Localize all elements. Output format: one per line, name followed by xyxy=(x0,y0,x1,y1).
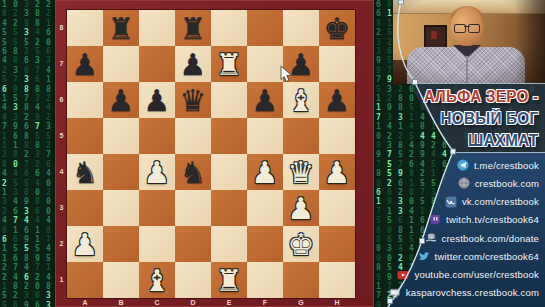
square-f8[interactable] xyxy=(247,10,283,46)
white-bishop[interactable]: ♝ xyxy=(139,262,175,298)
square-h5[interactable] xyxy=(319,118,355,154)
square-a2[interactable]: ♟ xyxy=(67,226,103,262)
square-d6[interactable]: ♛ xyxy=(175,82,211,118)
square-a8[interactable] xyxy=(67,10,103,46)
rank-label-7: 7 xyxy=(57,46,66,82)
square-h2[interactable] xyxy=(319,226,355,262)
square-h7[interactable] xyxy=(319,46,355,82)
square-f6[interactable]: ♟ xyxy=(247,82,283,118)
vk-icon xyxy=(445,196,457,208)
square-b8[interactable]: ♜ xyxy=(103,10,139,46)
square-a7[interactable]: ♟ xyxy=(67,46,103,82)
square-a5[interactable] xyxy=(67,118,103,154)
square-g7[interactable]: ♟ xyxy=(283,46,319,82)
link-kasparovchess[interactable]: kasparovchess.crestbook.com xyxy=(388,284,545,302)
rank-label-4: 4 xyxy=(57,154,66,190)
square-f5[interactable] xyxy=(247,118,283,154)
square-g1[interactable] xyxy=(283,262,319,298)
square-e6[interactable] xyxy=(211,82,247,118)
black-pawn[interactable]: ♟ xyxy=(67,46,103,82)
telegram-icon xyxy=(457,159,469,171)
square-g6[interactable]: ♝ xyxy=(283,82,319,118)
square-a6[interactable] xyxy=(67,82,103,118)
square-c3[interactable] xyxy=(139,190,175,226)
black-pawn[interactable]: ♟ xyxy=(283,46,319,82)
file-label-f: F xyxy=(247,298,283,307)
file-label-h: H xyxy=(319,298,355,307)
square-d8[interactable]: ♜ xyxy=(175,10,211,46)
chess-board[interactable]: ♜♜♚♟♟♜♟♟♟♛♟♝♟♞♟♞♟♛♟♟♟♚♝♜ xyxy=(67,10,355,298)
square-b1[interactable] xyxy=(103,262,139,298)
title-line-2: НОВЫЙ БОГ xyxy=(420,108,545,129)
square-d2[interactable] xyxy=(175,226,211,262)
square-g5[interactable] xyxy=(283,118,319,154)
square-h6[interactable]: ♟ xyxy=(319,82,355,118)
square-f4[interactable]: ♟ xyxy=(247,154,283,190)
square-e8[interactable] xyxy=(211,10,247,46)
black-pawn[interactable]: ♟ xyxy=(175,46,211,82)
black-knight[interactable]: ♞ xyxy=(67,154,103,190)
file-label-e: E xyxy=(211,298,247,307)
black-pawn[interactable]: ♟ xyxy=(103,82,139,118)
link-text: crestbook.com/donate xyxy=(442,233,539,244)
link-text: twitter.com/crestbook64 xyxy=(435,251,539,262)
black-rook[interactable]: ♜ xyxy=(175,10,211,46)
square-f3[interactable] xyxy=(247,190,283,226)
rank-label-6: 6 xyxy=(57,82,66,118)
square-g3[interactable]: ♟ xyxy=(283,190,319,226)
square-d5[interactable] xyxy=(175,118,211,154)
rank-label-2: 2 xyxy=(57,226,66,262)
file-label-d: D xyxy=(175,298,211,307)
square-g2[interactable]: ♚ xyxy=(283,226,319,262)
square-f1[interactable] xyxy=(247,262,283,298)
white-pawn[interactable]: ♟ xyxy=(283,190,319,226)
link-twitch[interactable]: twitch.tv/crestbook64 xyxy=(388,211,545,229)
globe-icon xyxy=(458,177,470,189)
white-pawn[interactable]: ♟ xyxy=(67,226,103,262)
rank-label-1: 1 xyxy=(57,262,66,298)
square-e5[interactable] xyxy=(211,118,247,154)
file-label-b: B xyxy=(103,298,139,307)
black-rook[interactable]: ♜ xyxy=(103,10,139,46)
link-text: twitch.tv/crestbook64 xyxy=(446,214,539,225)
square-c7[interactable] xyxy=(139,46,175,82)
link-text: crestbook.com xyxy=(475,178,539,189)
square-c8[interactable] xyxy=(139,10,175,46)
square-a4[interactable]: ♞ xyxy=(67,154,103,190)
square-e3[interactable] xyxy=(211,190,247,226)
rank-label-5: 5 xyxy=(57,118,66,154)
link-telegram[interactable]: t.me/crestbook xyxy=(388,156,545,174)
square-b5[interactable] xyxy=(103,118,139,154)
title-line-1: АЛЬФА ЗЕРО - xyxy=(420,86,545,107)
square-h1[interactable] xyxy=(319,262,355,298)
white-rook[interactable]: ♜ xyxy=(211,46,247,82)
square-e2[interactable] xyxy=(211,226,247,262)
black-pawn[interactable]: ♟ xyxy=(139,82,175,118)
twitter-icon xyxy=(418,250,430,262)
link-text: youtube.com/user/crestbook xyxy=(414,269,539,280)
white-king[interactable]: ♚ xyxy=(283,226,319,262)
square-a3[interactable] xyxy=(67,190,103,226)
link-text: kasparovchess.crestbook.com xyxy=(406,287,539,298)
link-youtube[interactable]: youtube.com/user/crestbook xyxy=(388,266,545,284)
white-pawn[interactable]: ♟ xyxy=(247,154,283,190)
stream-frame: 1845564256144711204213248611221550225588… xyxy=(0,0,545,307)
twitch-icon xyxy=(429,214,441,226)
square-d3[interactable] xyxy=(175,190,211,226)
vignette xyxy=(393,0,545,84)
square-g8[interactable] xyxy=(283,10,319,46)
square-b7[interactable] xyxy=(103,46,139,82)
square-f7[interactable] xyxy=(247,46,283,82)
link-text: t.me/crestbook xyxy=(474,160,539,171)
file-label-a: A xyxy=(67,298,103,307)
youtube-icon xyxy=(397,269,409,281)
square-b6[interactable]: ♟ xyxy=(103,82,139,118)
square-h8[interactable]: ♚ xyxy=(319,10,355,46)
square-g4[interactable]: ♛ xyxy=(283,154,319,190)
link-twitter[interactable]: twitter.com/crestbook64 xyxy=(388,247,545,265)
square-c1[interactable]: ♝ xyxy=(139,262,175,298)
square-c2[interactable] xyxy=(139,226,175,262)
rank-label-8: 8 xyxy=(57,10,66,46)
square-d7[interactable]: ♟ xyxy=(175,46,211,82)
rank-label-3: 3 xyxy=(57,190,66,226)
square-h3[interactable] xyxy=(319,190,355,226)
donate-icon xyxy=(425,232,437,244)
square-a1[interactable] xyxy=(67,262,103,298)
file-label-g: G xyxy=(283,298,319,307)
black-pawn[interactable]: ♟ xyxy=(247,82,283,118)
link-website[interactable]: crestbook.com xyxy=(388,174,545,192)
link-text: vk.com/crestbook xyxy=(462,196,539,207)
white-rook[interactable]: ♜ xyxy=(211,262,247,298)
camera-icon xyxy=(389,287,401,299)
link-vk[interactable]: vk.com/crestbook xyxy=(388,193,545,211)
square-e4[interactable] xyxy=(211,154,247,190)
square-c6[interactable]: ♟ xyxy=(139,82,175,118)
file-label-c: C xyxy=(139,298,175,307)
black-king[interactable]: ♚ xyxy=(319,10,355,46)
square-c5[interactable] xyxy=(139,118,175,154)
black-pawn[interactable]: ♟ xyxy=(319,82,355,118)
square-b4[interactable] xyxy=(103,154,139,190)
white-pawn[interactable]: ♟ xyxy=(139,154,175,190)
link-donate[interactable]: crestbook.com/donate xyxy=(388,229,545,247)
square-d4[interactable]: ♞ xyxy=(175,154,211,190)
black-queen[interactable]: ♛ xyxy=(175,82,211,118)
white-queen[interactable]: ♛ xyxy=(283,154,319,190)
square-b3[interactable] xyxy=(103,190,139,226)
white-pawn[interactable]: ♟ xyxy=(319,154,355,190)
webcam-video xyxy=(393,0,545,84)
chess-board-frame: ♜♜♚♟♟♜♟♟♟♛♟♝♟♞♟♞♟♛♟♟♟♚♝♜ 87654321 ABCDEF… xyxy=(55,0,374,307)
square-h4[interactable]: ♟ xyxy=(319,154,355,190)
square-b2[interactable] xyxy=(103,226,139,262)
black-knight[interactable]: ♞ xyxy=(175,154,211,190)
square-f2[interactable] xyxy=(247,226,283,262)
square-d1[interactable] xyxy=(175,262,211,298)
white-bishop[interactable]: ♝ xyxy=(283,82,319,118)
links-panel: t.me/crestbook crestbook.com vk.com/cres… xyxy=(388,156,545,302)
square-e1[interactable]: ♜ xyxy=(211,262,247,298)
square-c4[interactable]: ♟ xyxy=(139,154,175,190)
square-e7[interactable]: ♜ xyxy=(211,46,247,82)
